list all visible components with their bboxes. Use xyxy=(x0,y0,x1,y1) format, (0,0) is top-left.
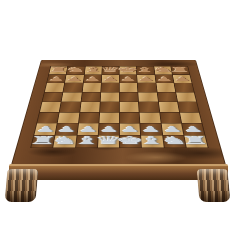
square-g1: ♞ xyxy=(163,135,186,147)
square-d8: ♛ xyxy=(102,66,119,74)
square-e1: ♚ xyxy=(120,135,141,147)
square-g6 xyxy=(156,83,175,92)
square-a4 xyxy=(40,102,61,112)
square-h1: ♜ xyxy=(184,135,208,147)
square-d1: ♛ xyxy=(98,135,119,147)
square-a3 xyxy=(37,112,59,123)
square-a6 xyxy=(45,83,65,92)
square-b4 xyxy=(60,102,80,112)
board-front-edge xyxy=(9,164,228,180)
square-e6 xyxy=(120,83,138,92)
square-h4 xyxy=(178,102,199,112)
square-f6 xyxy=(138,83,156,92)
square-c7: ♟ xyxy=(83,75,101,83)
square-h8: ♜ xyxy=(171,66,189,74)
piece-silver-pawn: ♟ xyxy=(77,125,98,133)
piece-silver-pawn: ♟ xyxy=(161,125,183,133)
piece-gold-pawn: ♟ xyxy=(102,76,119,82)
piece-gold-queen: ♛ xyxy=(99,66,121,73)
piece-silver-pawn: ♟ xyxy=(182,125,204,133)
square-f5 xyxy=(138,92,157,101)
square-e3 xyxy=(120,112,140,123)
square-f7: ♟ xyxy=(137,75,155,83)
square-g4 xyxy=(158,102,178,112)
square-a7: ♟ xyxy=(47,75,66,83)
piece-silver-pawn: ♟ xyxy=(99,125,120,133)
square-c3 xyxy=(79,112,99,123)
piece-gold-pawn: ♟ xyxy=(120,76,137,82)
square-f4 xyxy=(139,102,159,112)
square-d3 xyxy=(99,112,119,123)
board-foot-right xyxy=(197,169,231,202)
square-h3 xyxy=(180,112,202,123)
square-g7: ♟ xyxy=(155,75,173,83)
piece-silver-pawn: ♟ xyxy=(141,125,162,133)
square-h6 xyxy=(174,83,194,92)
square-g8: ♞ xyxy=(154,66,172,74)
square-c6 xyxy=(82,83,100,92)
board-grid: ♜♞♝♛♚♝♞♜♟♟♟♟♟♟♟♟♟♟♟♟♟♟♟♟♜♞♝♛♚♝♞♜ xyxy=(30,66,209,148)
square-d6 xyxy=(101,83,119,92)
piece-silver-pawn: ♟ xyxy=(35,125,57,133)
square-b3 xyxy=(58,112,79,123)
square-e5 xyxy=(120,92,139,101)
piece-silver-queen: ♛ xyxy=(94,135,122,146)
piece-silver-bishop: ♝ xyxy=(72,135,101,146)
piece-gold-pawn: ♟ xyxy=(173,76,192,82)
square-g2: ♟ xyxy=(161,123,183,134)
piece-silver-rook: ♜ xyxy=(181,135,211,146)
square-g5 xyxy=(157,92,177,101)
square-b8: ♞ xyxy=(67,66,85,74)
square-c8: ♝ xyxy=(84,66,101,74)
square-g3 xyxy=(160,112,181,123)
piece-silver-pawn: ♟ xyxy=(120,125,141,133)
square-f2: ♟ xyxy=(141,123,162,134)
square-d5 xyxy=(100,92,118,101)
piece-silver-king: ♚ xyxy=(116,135,144,146)
piece-gold-pawn: ♟ xyxy=(47,76,65,82)
square-b2: ♟ xyxy=(56,123,78,134)
square-a5 xyxy=(42,92,62,101)
board-foot-left xyxy=(5,169,39,202)
square-b6 xyxy=(64,83,83,92)
piece-gold-bishop: ♝ xyxy=(82,66,105,73)
square-d7: ♟ xyxy=(102,75,119,83)
square-b7: ♟ xyxy=(65,75,83,83)
square-f1: ♝ xyxy=(141,135,163,147)
square-e8: ♚ xyxy=(120,66,137,74)
square-a8: ♜ xyxy=(49,66,67,74)
square-a1: ♜ xyxy=(31,135,54,147)
piece-gold-pawn: ♟ xyxy=(155,76,173,82)
piece-silver-pawn: ♟ xyxy=(56,125,77,133)
square-f8: ♝ xyxy=(137,66,154,74)
square-b1: ♞ xyxy=(53,135,76,147)
square-e4 xyxy=(120,102,139,112)
chess-set-photo: ♜♞♝♛♚♝♞♜♟♟♟♟♟♟♟♟♟♟♟♟♟♟♟♟♜♞♝♛♚♝♞♜ xyxy=(0,0,237,235)
square-f3 xyxy=(140,112,160,123)
square-c2: ♟ xyxy=(77,123,98,134)
square-h7: ♟ xyxy=(173,75,192,83)
square-d2: ♟ xyxy=(99,123,119,134)
square-h2: ♟ xyxy=(182,123,205,134)
square-a2: ♟ xyxy=(34,123,57,134)
square-e2: ♟ xyxy=(120,123,140,134)
chess-board: ♜♞♝♛♚♝♞♜♟♟♟♟♟♟♟♟♟♟♟♟♟♟♟♟♜♞♝♛♚♝♞♜ xyxy=(11,60,226,165)
square-h5 xyxy=(176,92,196,101)
piece-gold-pawn: ♟ xyxy=(137,76,155,82)
piece-gold-pawn: ♟ xyxy=(65,76,83,82)
square-e7: ♟ xyxy=(120,75,137,83)
piece-gold-pawn: ♟ xyxy=(83,76,101,82)
square-b5 xyxy=(62,92,82,101)
square-c5 xyxy=(81,92,100,101)
square-c4 xyxy=(80,102,100,112)
square-c1: ♝ xyxy=(76,135,98,147)
piece-gold-rook: ♜ xyxy=(168,66,192,73)
square-d4 xyxy=(100,102,119,112)
